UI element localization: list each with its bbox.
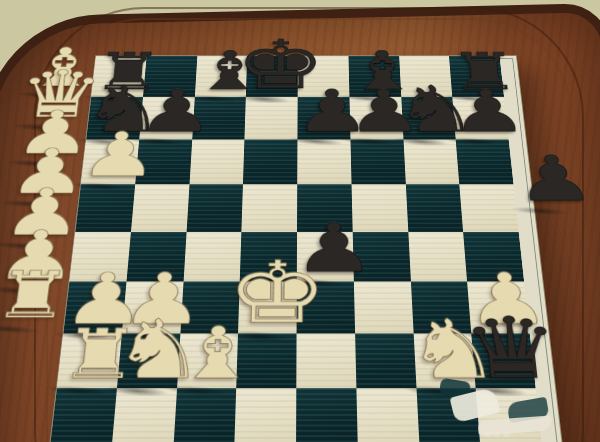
square-c5[interactable] <box>186 185 243 232</box>
piece-black-pawn-h7[interactable]: ♟ <box>428 88 551 135</box>
square-g6[interactable] <box>403 140 459 185</box>
board-plane: ♜♝♚♝♜♞♟♟♟♞♟♟♟♟♟♚♟♜♞♝♞♛♝♛♟♟♟♟♜♟ <box>48 56 564 442</box>
square-b1[interactable] <box>112 388 177 442</box>
square-d1[interactable] <box>235 388 297 442</box>
piece-black-queen-h2[interactable]: ♛ <box>443 314 583 382</box>
square-e2[interactable] <box>296 333 356 388</box>
square-b5[interactable] <box>131 185 189 232</box>
square-e1[interactable] <box>296 388 357 442</box>
square-e6[interactable] <box>297 140 351 185</box>
square-d6[interactable] <box>243 140 297 185</box>
square-a1[interactable] <box>50 388 117 442</box>
square-c1[interactable] <box>173 388 236 442</box>
watermark-text: www <box>484 429 580 439</box>
square-f1[interactable] <box>356 388 419 442</box>
square-c6[interactable] <box>189 140 245 185</box>
piece-white-bishop-c2[interactable]: ♝ <box>149 325 285 382</box>
square-g5[interactable] <box>405 185 463 232</box>
chess-3d-scene: ♜♝♚♝♜♞♟♟♟♞♟♟♟♟♟♚♟♜♞♝♞♛♝♛♟♟♟♟♜♟ www <box>0 0 600 442</box>
captured-black-pawn: ♟ <box>490 154 600 204</box>
square-f6[interactable] <box>350 140 405 185</box>
